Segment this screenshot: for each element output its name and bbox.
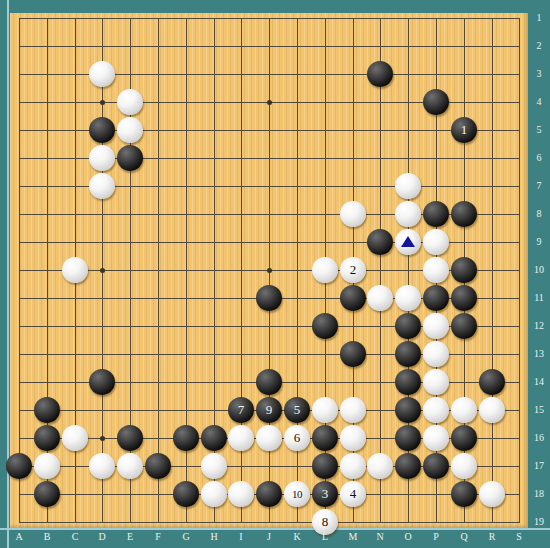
stone-black-G18[interactable] — [173, 481, 199, 507]
coordinate-label-row-16: 16 — [529, 432, 549, 443]
stone-white-P10[interactable] — [423, 257, 449, 283]
stone-white-O9[interactable] — [395, 229, 421, 255]
coordinate-label-row-14: 14 — [529, 376, 549, 387]
move-number-label: 3 — [312, 481, 338, 507]
stone-white-K16[interactable]: 6 — [284, 425, 310, 451]
grid-line-vertical — [380, 18, 381, 523]
stone-black-Q8[interactable] — [451, 201, 477, 227]
coordinate-label-row-1: 1 — [529, 12, 549, 23]
coordinate-label-row-12: 12 — [529, 320, 549, 331]
stone-black-A17[interactable] — [6, 453, 32, 479]
stone-white-O8[interactable] — [395, 201, 421, 227]
stone-black-P17[interactable] — [423, 453, 449, 479]
stone-black-I15[interactable]: 7 — [228, 397, 254, 423]
stone-white-O7[interactable] — [395, 173, 421, 199]
stone-white-H17[interactable] — [201, 453, 227, 479]
stone-white-H18[interactable] — [201, 481, 227, 507]
coordinate-label-row-8: 8 — [529, 208, 549, 219]
grid-line-horizontal — [19, 522, 520, 523]
coordinate-label-column-F: F — [148, 531, 168, 542]
stone-white-P14[interactable] — [423, 369, 449, 395]
coordinate-label-column-E: E — [120, 531, 140, 542]
go-board-window: 12795610348 ABCDEFGHIJKLMNOPQRS 12345678… — [0, 0, 550, 548]
coordinate-label-column-D: D — [92, 531, 112, 542]
stone-black-B16[interactable] — [34, 425, 60, 451]
stone-black-J15[interactable]: 9 — [256, 397, 282, 423]
stone-black-N3[interactable] — [367, 61, 393, 87]
stone-white-R18[interactable] — [479, 481, 505, 507]
stone-white-J16[interactable] — [256, 425, 282, 451]
stone-white-Q17[interactable] — [451, 453, 477, 479]
coordinate-label-row-17: 17 — [529, 460, 549, 471]
stone-white-N11[interactable] — [367, 285, 393, 311]
stone-white-B17[interactable] — [34, 453, 60, 479]
coordinate-label-column-O: O — [398, 531, 418, 542]
coordinate-label-column-I: I — [231, 531, 251, 542]
stone-black-K15[interactable]: 5 — [284, 397, 310, 423]
stone-black-O12[interactable] — [395, 313, 421, 339]
stone-white-I16[interactable] — [228, 425, 254, 451]
star-point — [100, 100, 105, 105]
stone-white-M18[interactable]: 4 — [340, 481, 366, 507]
stone-black-F17[interactable] — [145, 453, 171, 479]
stone-black-L16[interactable] — [312, 425, 338, 451]
move-number-label: 1 — [451, 117, 477, 143]
stone-black-P8[interactable] — [423, 201, 449, 227]
stone-black-P11[interactable] — [423, 285, 449, 311]
stone-black-B18[interactable] — [34, 481, 60, 507]
stone-white-N17[interactable] — [367, 453, 393, 479]
stone-black-O15[interactable] — [395, 397, 421, 423]
stone-black-D14[interactable] — [89, 369, 115, 395]
coordinate-label-row-13: 13 — [529, 348, 549, 359]
star-point — [100, 268, 105, 273]
stone-white-C16[interactable] — [62, 425, 88, 451]
coordinate-label-row-5: 5 — [529, 124, 549, 135]
coordinate-label-column-N: N — [370, 531, 390, 542]
stone-white-P16[interactable] — [423, 425, 449, 451]
coordinate-label-column-R: R — [482, 531, 502, 542]
move-number-label: 5 — [284, 397, 310, 423]
coordinate-label-row-19: 19 — [529, 516, 549, 527]
stone-black-L17[interactable] — [312, 453, 338, 479]
stone-white-C10[interactable] — [62, 257, 88, 283]
stone-black-O16[interactable] — [395, 425, 421, 451]
coordinate-label-column-S: S — [509, 531, 529, 542]
move-number-label: 9 — [256, 397, 282, 423]
coordinate-label-column-H: H — [204, 531, 224, 542]
stone-white-L10[interactable] — [312, 257, 338, 283]
coordinate-label-row-9: 9 — [529, 236, 549, 247]
coordinate-label-row-15: 15 — [529, 404, 549, 415]
coordinate-label-column-J: J — [259, 531, 279, 542]
coordinate-label-column-M: M — [343, 531, 363, 542]
move-number-label: 6 — [284, 425, 310, 451]
stone-black-M13[interactable] — [340, 341, 366, 367]
star-point — [267, 268, 272, 273]
grid-line-vertical — [492, 18, 493, 523]
coordinate-label-column-K: K — [287, 531, 307, 542]
move-number-label: 2 — [340, 257, 366, 283]
frame-bevel-bottom — [0, 528, 550, 530]
stone-black-E16[interactable] — [117, 425, 143, 451]
triangle-marker — [401, 236, 415, 247]
stone-white-D6[interactable] — [89, 145, 115, 171]
stone-black-M11[interactable] — [340, 285, 366, 311]
stone-black-Q5[interactable]: 1 — [451, 117, 477, 143]
stone-white-I18[interactable] — [228, 481, 254, 507]
coordinate-label-row-2: 2 — [529, 40, 549, 51]
coordinate-label-row-3: 3 — [529, 68, 549, 79]
stone-white-R15[interactable] — [479, 397, 505, 423]
coordinate-label-row-7: 7 — [529, 180, 549, 191]
stone-white-K18[interactable]: 10 — [284, 481, 310, 507]
coordinate-label-column-B: B — [37, 531, 57, 542]
stone-white-P13[interactable] — [423, 341, 449, 367]
stone-black-N9[interactable] — [367, 229, 393, 255]
stone-black-B15[interactable] — [34, 397, 60, 423]
stone-black-Q12[interactable] — [451, 313, 477, 339]
grid-line-vertical — [519, 18, 520, 523]
stone-black-J11[interactable] — [256, 285, 282, 311]
move-number-label: 4 — [340, 481, 366, 507]
stone-white-D17[interactable] — [89, 453, 115, 479]
coordinate-label-row-18: 18 — [529, 488, 549, 499]
stone-white-P12[interactable] — [423, 313, 449, 339]
move-number-label: 10 — [284, 481, 310, 507]
stone-white-E17[interactable] — [117, 453, 143, 479]
stone-white-E5[interactable] — [117, 117, 143, 143]
coordinate-label-row-4: 4 — [529, 96, 549, 107]
stone-black-Q18[interactable] — [451, 481, 477, 507]
stone-white-M15[interactable] — [340, 397, 366, 423]
stone-black-J18[interactable] — [256, 481, 282, 507]
coordinate-label-column-A: A — [9, 531, 29, 542]
move-number-label: 7 — [228, 397, 254, 423]
stone-black-H16[interactable] — [201, 425, 227, 451]
stone-black-O13[interactable] — [395, 341, 421, 367]
stone-black-Q10[interactable] — [451, 257, 477, 283]
stone-white-P15[interactable] — [423, 397, 449, 423]
stone-black-G16[interactable] — [173, 425, 199, 451]
stone-black-Q11[interactable] — [451, 285, 477, 311]
stone-white-Q15[interactable] — [451, 397, 477, 423]
stone-black-P4[interactable] — [423, 89, 449, 115]
stone-black-O14[interactable] — [395, 369, 421, 395]
stone-black-O17[interactable] — [395, 453, 421, 479]
coordinate-label-column-Q: Q — [454, 531, 474, 542]
stone-white-M17[interactable] — [340, 453, 366, 479]
stone-black-Q16[interactable] — [451, 425, 477, 451]
stone-black-L12[interactable] — [312, 313, 338, 339]
coordinate-label-row-11: 11 — [529, 292, 549, 303]
stone-white-P9[interactable] — [423, 229, 449, 255]
star-point — [267, 100, 272, 105]
stone-white-M10[interactable]: 2 — [340, 257, 366, 283]
stone-white-D7[interactable] — [89, 173, 115, 199]
coordinate-label-row-10: 10 — [529, 264, 549, 275]
stone-white-L15[interactable] — [312, 397, 338, 423]
coordinate-label-column-P: P — [426, 531, 446, 542]
coordinate-label-row-6: 6 — [529, 152, 549, 163]
star-point — [100, 436, 105, 441]
go-board[interactable]: 12795610348 — [10, 13, 528, 528]
stone-white-E4[interactable] — [117, 89, 143, 115]
stone-white-O11[interactable] — [395, 285, 421, 311]
stone-black-E6[interactable] — [117, 145, 143, 171]
stone-black-R14[interactable] — [479, 369, 505, 395]
coordinate-label-column-L: L — [315, 531, 335, 542]
coordinate-label-column-G: G — [176, 531, 196, 542]
stone-black-L18[interactable]: 3 — [312, 481, 338, 507]
stone-white-D3[interactable] — [89, 61, 115, 87]
stone-black-D5[interactable] — [89, 117, 115, 143]
stone-black-J14[interactable] — [256, 369, 282, 395]
coordinate-label-column-C: C — [65, 531, 85, 542]
stone-white-M8[interactable] — [340, 201, 366, 227]
stone-white-M16[interactable] — [340, 425, 366, 451]
